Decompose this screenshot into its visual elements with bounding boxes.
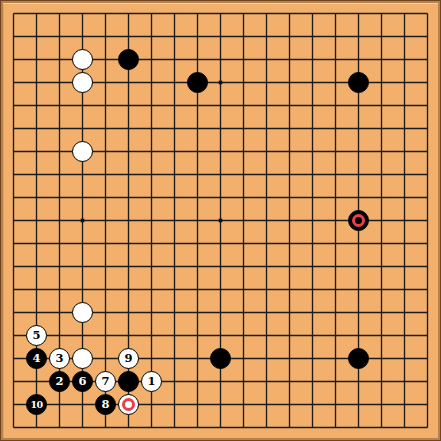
stone-white-move-1: 1 [141, 371, 162, 392]
stone-black [118, 49, 139, 70]
stone-white-move-7: 7 [95, 371, 116, 392]
stone-white-move-3: 3 [49, 348, 70, 369]
move-number: 6 [78, 375, 86, 387]
stone-black-move-8: 8 [95, 394, 116, 415]
stone-black-move-6: 6 [72, 371, 93, 392]
stone-black [348, 348, 369, 369]
stone-white [72, 49, 93, 70]
move-number: 8 [101, 398, 109, 410]
stone-white [72, 348, 93, 369]
move-number: 7 [101, 375, 109, 387]
stone-white-move-5: 5 [26, 325, 47, 346]
stone-black-marked [348, 210, 369, 231]
move-number: 2 [55, 375, 63, 387]
move-number: 1 [147, 375, 155, 387]
move-number: 5 [32, 329, 40, 341]
move-number: 4 [32, 352, 40, 364]
stone-white [72, 72, 93, 93]
move-number: 10 [30, 399, 42, 409]
stone-black-move-4: 4 [26, 348, 47, 369]
stones-layer: 54392671108 [2, 2, 439, 439]
stone-white-marked [118, 394, 139, 415]
stone-white [72, 141, 93, 162]
stone-white-move-9: 9 [118, 348, 139, 369]
stone-black [118, 371, 139, 392]
stone-black-move-2: 2 [49, 371, 70, 392]
stone-black [348, 72, 369, 93]
stone-black [187, 72, 208, 93]
red-circle-marker [352, 214, 365, 227]
move-number: 9 [124, 352, 132, 364]
stone-black-move-10: 10 [26, 394, 47, 415]
go-board: 54392671108 [0, 0, 441, 441]
move-number: 3 [55, 352, 63, 364]
stone-white [72, 302, 93, 323]
red-circle-marker [122, 398, 135, 411]
stone-black [210, 348, 231, 369]
